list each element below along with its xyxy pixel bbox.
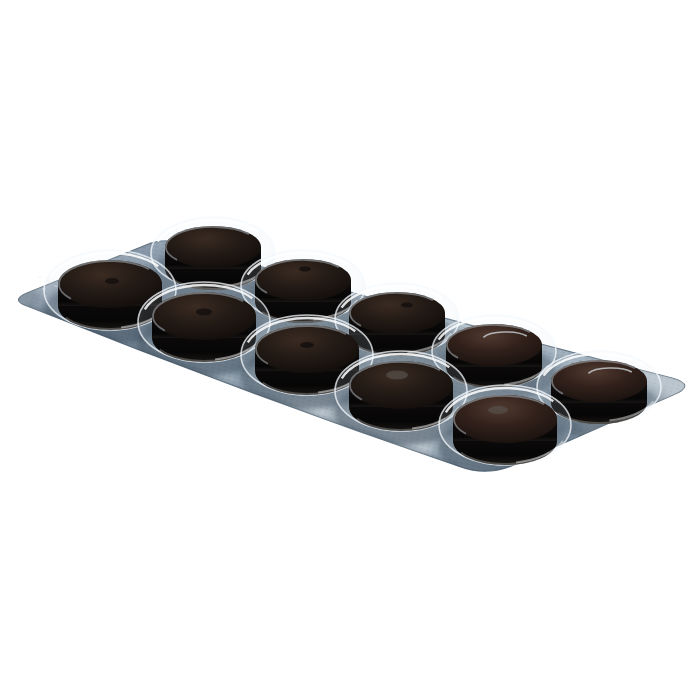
tablet-speck	[488, 406, 508, 414]
tablet-speck	[299, 266, 311, 271]
tablet-speck	[300, 342, 314, 348]
product-photo	[0, 0, 700, 700]
blister-cell-r2c5	[439, 385, 571, 465]
tablet-speck	[196, 309, 212, 316]
tablet-speck	[401, 302, 413, 307]
blister-pack-photo	[0, 0, 700, 700]
tablet-speck	[105, 278, 119, 284]
tablet-speck	[386, 371, 408, 380]
